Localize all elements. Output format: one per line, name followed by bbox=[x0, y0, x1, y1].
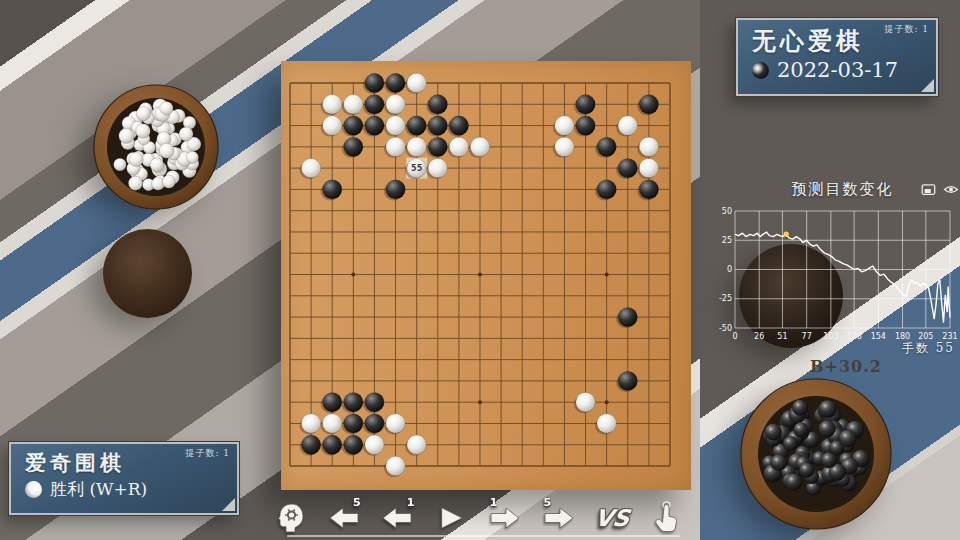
tap-mode-button[interactable] bbox=[648, 501, 684, 535]
stone-black bbox=[428, 116, 447, 135]
forward-5-badge: 5 bbox=[544, 496, 552, 509]
hand-pointer-icon bbox=[651, 501, 681, 535]
svg-text:51: 51 bbox=[777, 332, 787, 341]
svg-text:103: 103 bbox=[823, 332, 838, 341]
white-captures-label: 提子数: 1 bbox=[185, 447, 230, 460]
go-board[interactable]: 55 bbox=[281, 61, 691, 490]
stone-black bbox=[323, 393, 342, 412]
white-stone-bowl bbox=[86, 77, 226, 217]
player-panel-white[interactable]: 提子数: 1 爱奇围棋 胜利 (W+R) bbox=[9, 442, 239, 515]
stone-white bbox=[344, 95, 363, 114]
bowl-lid-white-side bbox=[103, 229, 192, 318]
stone-white bbox=[386, 137, 405, 156]
stone-black bbox=[386, 73, 405, 92]
black-captures-label: 提子数: 1 bbox=[884, 23, 929, 36]
svg-text:-25: -25 bbox=[719, 294, 732, 303]
score-chart: 026517710312815418020523150250-25-50 bbox=[713, 180, 960, 366]
stone-white bbox=[323, 116, 342, 135]
stone-black bbox=[428, 95, 447, 114]
stone-white bbox=[323, 95, 342, 114]
star-point bbox=[478, 400, 482, 404]
stone-white bbox=[639, 158, 658, 177]
stone-white bbox=[597, 414, 616, 433]
last-move-number: 55 bbox=[411, 164, 423, 173]
player-panel-black[interactable]: 提子数: 1 无心爱棋 2022-03-17 bbox=[736, 18, 938, 96]
stone-white bbox=[555, 137, 574, 156]
stone-black bbox=[344, 414, 363, 433]
star-point bbox=[605, 400, 609, 404]
score-chart-panel: 预测目数变化 026517710312815418020523150250-25… bbox=[713, 180, 960, 366]
stone-white bbox=[323, 414, 342, 433]
stone-black bbox=[597, 180, 616, 199]
stone-black bbox=[365, 73, 384, 92]
stone-black bbox=[639, 180, 658, 199]
stone-white bbox=[407, 73, 426, 92]
progress-bar[interactable] bbox=[287, 535, 680, 537]
white-result-text: 胜利 (W+R) bbox=[50, 478, 147, 501]
score-line bbox=[735, 232, 950, 322]
stone-white bbox=[428, 158, 447, 177]
stone-white bbox=[386, 456, 405, 475]
svg-text:0: 0 bbox=[727, 265, 732, 274]
svg-text:25: 25 bbox=[722, 236, 732, 245]
stone-white bbox=[386, 116, 405, 135]
svg-text:154: 154 bbox=[871, 332, 886, 341]
black-stone-icon bbox=[752, 62, 769, 79]
stone-black bbox=[323, 180, 342, 199]
svg-text:50: 50 bbox=[722, 207, 732, 216]
star-point bbox=[478, 273, 482, 277]
stone-white bbox=[449, 137, 468, 156]
star-point bbox=[605, 273, 609, 277]
app-window: 55 提子数: 1 无心爱棋 2022-03-17 提子数: 1 爱奇围棋 胜利… bbox=[0, 0, 960, 540]
stone-black bbox=[344, 393, 363, 412]
panel-resize-handle[interactable] bbox=[222, 498, 235, 511]
stone-black bbox=[344, 137, 363, 156]
stone-black bbox=[576, 116, 595, 135]
stone-white bbox=[555, 116, 574, 135]
stone-black bbox=[428, 137, 447, 156]
stone-black bbox=[618, 307, 637, 326]
stone-white bbox=[407, 137, 426, 156]
stone-black bbox=[618, 371, 637, 390]
play-icon bbox=[438, 504, 464, 532]
forward-5-button[interactable]: 5 bbox=[541, 501, 577, 535]
stone-black bbox=[639, 95, 658, 114]
stone-black bbox=[365, 393, 384, 412]
stone-black bbox=[365, 95, 384, 114]
svg-text:0: 0 bbox=[732, 332, 737, 341]
stone-black bbox=[597, 137, 616, 156]
forward-1-button[interactable]: 1 bbox=[487, 501, 523, 535]
stone-black bbox=[301, 435, 320, 454]
star-point bbox=[351, 273, 355, 277]
stone-white bbox=[386, 414, 405, 433]
stone-white bbox=[386, 95, 405, 114]
panel-resize-handle[interactable] bbox=[921, 79, 934, 92]
stone-black bbox=[449, 116, 468, 135]
stone-black bbox=[386, 180, 405, 199]
svg-text:128: 128 bbox=[846, 332, 861, 341]
white-stone-icon bbox=[25, 481, 42, 498]
stone-white bbox=[301, 414, 320, 433]
svg-text:77: 77 bbox=[802, 332, 812, 341]
stone-white bbox=[576, 393, 595, 412]
stone-white bbox=[301, 158, 320, 177]
forward-1-badge: 1 bbox=[490, 496, 498, 509]
stone-black bbox=[344, 435, 363, 454]
score-estimate-label: B+30.2 bbox=[810, 357, 882, 376]
ai-analysis-button[interactable] bbox=[272, 501, 308, 535]
vs-label: VS bbox=[593, 505, 631, 531]
stone-black bbox=[576, 95, 595, 114]
stone-black bbox=[365, 116, 384, 135]
stone-black bbox=[344, 116, 363, 135]
back-1-badge: 1 bbox=[407, 496, 415, 509]
stone-black bbox=[407, 116, 426, 135]
stone-white bbox=[639, 137, 658, 156]
back-5-badge: 5 bbox=[353, 496, 361, 509]
svg-text:-50: -50 bbox=[719, 324, 732, 333]
game-date: 2022-03-17 bbox=[777, 58, 898, 82]
navigation-toolbar: 5 1 1 5 VS bbox=[272, 499, 684, 537]
current-move-marker bbox=[784, 232, 789, 237]
svg-text:26: 26 bbox=[754, 332, 764, 341]
stone-white bbox=[618, 116, 637, 135]
stone-black bbox=[323, 435, 342, 454]
back-5-button[interactable]: 5 bbox=[326, 501, 362, 535]
play-button[interactable] bbox=[433, 501, 469, 535]
versus-button[interactable]: VS bbox=[594, 501, 630, 535]
move-number-label: 手数 55 bbox=[902, 340, 955, 357]
stone-white bbox=[365, 435, 384, 454]
stone-white bbox=[407, 435, 426, 454]
stone-white bbox=[470, 137, 489, 156]
stone-black bbox=[365, 414, 384, 433]
back-1-button[interactable]: 1 bbox=[379, 501, 415, 535]
go-board-svg: 55 bbox=[281, 61, 691, 490]
stone-black bbox=[618, 158, 637, 177]
black-stone-bowl bbox=[736, 374, 896, 534]
